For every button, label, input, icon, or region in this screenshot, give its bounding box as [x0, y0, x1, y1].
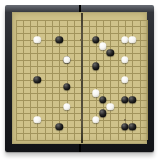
grid-line-vertical	[147, 20, 148, 141]
black-stone	[92, 63, 99, 70]
black-stone	[129, 123, 136, 130]
black-stone	[99, 110, 106, 117]
white-stone	[92, 89, 99, 96]
black-stone	[121, 96, 128, 103]
black-stone	[129, 96, 136, 103]
black-stone	[56, 123, 63, 130]
white-stone	[63, 56, 70, 63]
hinge-notch-bottom	[79, 144, 81, 152]
white-stone	[92, 116, 99, 123]
black-stone	[56, 36, 63, 43]
black-stone	[34, 76, 41, 83]
white-stone	[99, 43, 106, 50]
white-stone	[63, 103, 70, 110]
white-stone	[129, 36, 136, 43]
hinge-notch-top	[79, 5, 81, 12]
black-stone	[99, 96, 106, 103]
black-stone	[63, 83, 70, 90]
white-stone	[121, 56, 128, 63]
go-board-frame	[5, 5, 154, 152]
white-stone	[34, 116, 41, 123]
white-stone	[34, 36, 41, 43]
black-stone	[92, 36, 99, 43]
black-stone	[121, 123, 128, 130]
black-stone	[107, 49, 114, 56]
white-stone	[121, 36, 128, 43]
white-stone	[107, 103, 114, 110]
stones	[13, 13, 146, 143]
go-board	[12, 12, 147, 144]
white-stone	[121, 76, 128, 83]
product-photo	[0, 0, 160, 160]
